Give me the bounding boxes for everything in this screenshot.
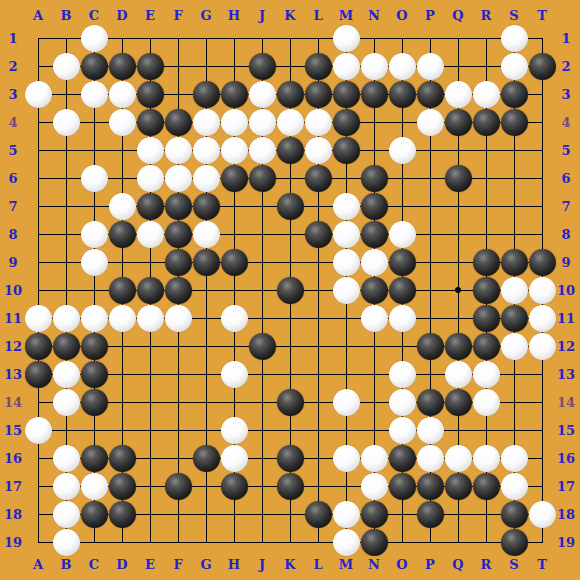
black-stone[interactable]	[361, 529, 388, 556]
white-stone[interactable]	[53, 305, 80, 332]
black-stone[interactable]	[81, 361, 108, 388]
black-stone[interactable]	[473, 109, 500, 136]
white-stone[interactable]	[417, 445, 444, 472]
grid-line-horizontal	[38, 430, 543, 431]
row-label-left: 4	[8, 115, 17, 130]
white-stone[interactable]	[109, 81, 136, 108]
row-label-left: 13	[4, 367, 22, 382]
black-stone[interactable]	[305, 81, 332, 108]
white-stone[interactable]	[473, 445, 500, 472]
row-label-left: 18	[4, 507, 22, 522]
black-stone[interactable]	[501, 249, 528, 276]
column-label-top: C	[89, 8, 99, 23]
white-stone[interactable]	[305, 109, 332, 136]
black-stone[interactable]	[53, 333, 80, 360]
row-label-left: 2	[8, 59, 17, 74]
black-stone[interactable]	[221, 81, 248, 108]
white-stone[interactable]	[333, 25, 360, 52]
black-stone[interactable]	[361, 221, 388, 248]
white-stone[interactable]	[165, 305, 192, 332]
white-stone[interactable]	[81, 165, 108, 192]
white-stone[interactable]	[473, 389, 500, 416]
white-stone[interactable]	[389, 417, 416, 444]
black-stone[interactable]	[333, 137, 360, 164]
black-stone[interactable]	[389, 81, 416, 108]
column-label-bottom: S	[509, 557, 518, 572]
row-label-right: 18	[557, 507, 575, 522]
row-label-left: 1	[8, 31, 17, 46]
white-stone[interactable]	[501, 333, 528, 360]
black-stone[interactable]	[137, 109, 164, 136]
black-stone[interactable]	[193, 445, 220, 472]
white-stone[interactable]	[81, 473, 108, 500]
white-stone[interactable]	[445, 81, 472, 108]
white-stone[interactable]	[81, 221, 108, 248]
white-stone[interactable]	[445, 445, 472, 472]
column-label-bottom: N	[368, 557, 380, 572]
black-stone[interactable]	[389, 445, 416, 472]
white-stone[interactable]	[53, 361, 80, 388]
black-stone[interactable]	[501, 305, 528, 332]
black-stone[interactable]	[417, 473, 444, 500]
white-stone[interactable]	[389, 389, 416, 416]
column-label-top: L	[313, 8, 322, 23]
black-stone[interactable]	[81, 53, 108, 80]
column-label-top: T	[537, 8, 547, 23]
white-stone[interactable]	[53, 473, 80, 500]
black-stone[interactable]	[389, 473, 416, 500]
black-stone[interactable]	[277, 389, 304, 416]
black-stone[interactable]	[501, 529, 528, 556]
white-stone[interactable]	[53, 529, 80, 556]
row-label-right: 8	[561, 227, 570, 242]
black-stone[interactable]	[473, 277, 500, 304]
grid-line-horizontal	[38, 542, 543, 543]
black-stone[interactable]	[109, 473, 136, 500]
column-label-bottom: P	[425, 557, 435, 572]
white-stone[interactable]	[333, 53, 360, 80]
black-stone[interactable]	[25, 361, 52, 388]
black-stone[interactable]	[417, 389, 444, 416]
white-stone[interactable]	[221, 417, 248, 444]
column-label-bottom: R	[481, 557, 492, 572]
row-label-left: 11	[4, 311, 22, 326]
white-stone[interactable]	[81, 249, 108, 276]
black-stone[interactable]	[109, 445, 136, 472]
row-label-right: 16	[557, 451, 575, 466]
white-stone[interactable]	[501, 445, 528, 472]
black-stone[interactable]	[361, 277, 388, 304]
row-label-right: 1	[561, 31, 570, 46]
white-stone[interactable]	[361, 473, 388, 500]
black-stone[interactable]	[193, 193, 220, 220]
white-stone[interactable]	[389, 305, 416, 332]
column-label-top: H	[228, 8, 240, 23]
white-stone[interactable]	[137, 305, 164, 332]
white-stone[interactable]	[221, 109, 248, 136]
white-stone[interactable]	[53, 53, 80, 80]
white-stone[interactable]	[53, 109, 80, 136]
column-label-top: G	[200, 8, 211, 23]
white-stone[interactable]	[361, 249, 388, 276]
black-stone[interactable]	[193, 81, 220, 108]
white-stone[interactable]	[333, 445, 360, 472]
black-stone[interactable]	[81, 389, 108, 416]
white-stone[interactable]	[221, 137, 248, 164]
black-stone[interactable]	[137, 277, 164, 304]
white-stone[interactable]	[81, 25, 108, 52]
row-label-right: 3	[561, 87, 570, 102]
white-stone[interactable]	[473, 81, 500, 108]
black-stone[interactable]	[221, 473, 248, 500]
column-label-bottom: O	[396, 557, 407, 572]
white-stone[interactable]	[333, 277, 360, 304]
white-stone[interactable]	[333, 221, 360, 248]
white-stone[interactable]	[193, 137, 220, 164]
black-stone[interactable]	[361, 193, 388, 220]
column-label-top: M	[339, 8, 353, 23]
column-label-top: O	[396, 8, 407, 23]
white-stone[interactable]	[333, 389, 360, 416]
white-stone[interactable]	[249, 81, 276, 108]
black-stone[interactable]	[501, 81, 528, 108]
column-label-bottom: F	[173, 557, 182, 572]
black-stone[interactable]	[361, 81, 388, 108]
black-stone[interactable]	[529, 249, 556, 276]
white-stone[interactable]	[333, 193, 360, 220]
row-label-left: 6	[8, 171, 17, 186]
row-label-right: 10	[557, 283, 575, 298]
column-label-top: P	[425, 8, 435, 23]
black-stone[interactable]	[109, 277, 136, 304]
black-stone[interactable]	[305, 53, 332, 80]
column-label-bottom: C	[89, 557, 99, 572]
white-stone[interactable]	[249, 137, 276, 164]
row-label-right: 4	[561, 115, 570, 130]
column-label-bottom: J	[259, 557, 265, 572]
row-label-left: 17	[4, 479, 22, 494]
row-label-right: 12	[557, 339, 575, 354]
column-label-bottom: B	[61, 557, 72, 572]
row-label-right: 17	[557, 479, 575, 494]
white-stone[interactable]	[137, 165, 164, 192]
black-stone[interactable]	[165, 473, 192, 500]
black-stone[interactable]	[445, 473, 472, 500]
white-stone[interactable]	[501, 25, 528, 52]
white-stone[interactable]	[221, 445, 248, 472]
black-stone[interactable]	[305, 501, 332, 528]
black-stone[interactable]	[249, 53, 276, 80]
row-label-right: 11	[557, 311, 575, 326]
white-stone[interactable]	[333, 249, 360, 276]
white-stone[interactable]	[53, 389, 80, 416]
row-label-left: 12	[4, 339, 22, 354]
black-stone[interactable]	[333, 81, 360, 108]
column-label-top: Q	[452, 8, 463, 23]
column-label-top: S	[509, 8, 518, 23]
row-label-left: 16	[4, 451, 22, 466]
white-stone[interactable]	[53, 501, 80, 528]
black-stone[interactable]	[165, 193, 192, 220]
white-stone[interactable]	[529, 333, 556, 360]
black-stone[interactable]	[277, 445, 304, 472]
black-stone[interactable]	[165, 221, 192, 248]
black-stone[interactable]	[305, 165, 332, 192]
black-stone[interactable]	[277, 473, 304, 500]
column-label-bottom: T	[537, 557, 547, 572]
black-stone[interactable]	[249, 165, 276, 192]
white-stone[interactable]	[277, 109, 304, 136]
row-label-right: 9	[561, 255, 570, 270]
black-stone[interactable]	[305, 221, 332, 248]
white-stone[interactable]	[193, 165, 220, 192]
column-label-top: B	[61, 8, 72, 23]
white-stone[interactable]	[109, 193, 136, 220]
row-label-right: 14	[557, 395, 575, 410]
column-label-top: D	[116, 8, 127, 23]
white-stone[interactable]	[333, 529, 360, 556]
column-label-bottom: Q	[452, 557, 463, 572]
black-stone[interactable]	[81, 445, 108, 472]
black-stone[interactable]	[137, 81, 164, 108]
black-stone[interactable]	[165, 277, 192, 304]
row-label-right: 5	[561, 143, 570, 158]
white-stone[interactable]	[249, 109, 276, 136]
white-stone[interactable]	[25, 81, 52, 108]
white-stone[interactable]	[361, 445, 388, 472]
black-stone[interactable]	[25, 333, 52, 360]
white-stone[interactable]	[81, 305, 108, 332]
column-label-bottom: A	[33, 557, 43, 572]
white-stone[interactable]	[165, 137, 192, 164]
row-label-right: 7	[561, 199, 570, 214]
black-stone[interactable]	[501, 109, 528, 136]
white-stone[interactable]	[25, 305, 52, 332]
row-label-left: 14	[4, 395, 22, 410]
black-stone[interactable]	[445, 389, 472, 416]
black-stone[interactable]	[529, 53, 556, 80]
column-label-bottom: E	[145, 557, 155, 572]
row-label-left: 8	[8, 227, 17, 242]
white-stone[interactable]	[501, 53, 528, 80]
white-stone[interactable]	[221, 305, 248, 332]
black-stone[interactable]	[473, 473, 500, 500]
row-label-left: 10	[4, 283, 22, 298]
column-label-top: K	[284, 8, 295, 23]
white-stone[interactable]	[473, 361, 500, 388]
black-stone[interactable]	[137, 53, 164, 80]
row-label-left: 3	[8, 87, 17, 102]
white-stone[interactable]	[529, 501, 556, 528]
row-label-left: 7	[8, 199, 17, 214]
black-stone[interactable]	[137, 193, 164, 220]
white-stone[interactable]	[137, 137, 164, 164]
black-stone[interactable]	[277, 277, 304, 304]
row-label-left: 9	[8, 255, 17, 270]
white-stone[interactable]	[445, 361, 472, 388]
column-label-bottom: H	[228, 557, 240, 572]
white-stone[interactable]	[25, 417, 52, 444]
column-label-top: R	[481, 8, 492, 23]
black-stone[interactable]	[473, 249, 500, 276]
black-stone[interactable]	[417, 501, 444, 528]
white-stone[interactable]	[165, 165, 192, 192]
black-stone[interactable]	[361, 165, 388, 192]
column-label-top: J	[259, 8, 265, 23]
white-stone[interactable]	[193, 221, 220, 248]
black-stone[interactable]	[221, 249, 248, 276]
white-stone[interactable]	[389, 137, 416, 164]
column-label-top: A	[33, 8, 43, 23]
white-stone[interactable]	[417, 53, 444, 80]
black-stone[interactable]	[81, 501, 108, 528]
white-stone[interactable]	[417, 109, 444, 136]
black-stone[interactable]	[193, 249, 220, 276]
white-stone[interactable]	[81, 81, 108, 108]
black-stone[interactable]	[389, 277, 416, 304]
black-stone[interactable]	[445, 165, 472, 192]
column-label-top: E	[145, 8, 155, 23]
white-stone[interactable]	[109, 109, 136, 136]
star-point	[455, 287, 461, 293]
black-stone[interactable]	[165, 109, 192, 136]
column-label-bottom: L	[313, 557, 322, 572]
column-label-top: N	[368, 8, 380, 23]
black-stone[interactable]	[333, 109, 360, 136]
white-stone[interactable]	[389, 221, 416, 248]
column-label-bottom: K	[284, 557, 295, 572]
black-stone[interactable]	[277, 137, 304, 164]
black-stone[interactable]	[473, 333, 500, 360]
black-stone[interactable]	[249, 333, 276, 360]
white-stone[interactable]	[333, 501, 360, 528]
white-stone[interactable]	[361, 305, 388, 332]
black-stone[interactable]	[473, 305, 500, 332]
white-stone[interactable]	[361, 53, 388, 80]
row-label-left: 15	[4, 423, 22, 438]
black-stone[interactable]	[501, 501, 528, 528]
column-label-bottom: M	[339, 557, 353, 572]
black-stone[interactable]	[109, 53, 136, 80]
column-label-bottom: G	[200, 557, 211, 572]
row-label-right: 2	[561, 59, 570, 74]
row-label-right: 15	[557, 423, 575, 438]
white-stone[interactable]	[389, 53, 416, 80]
white-stone[interactable]	[53, 445, 80, 472]
white-stone[interactable]	[305, 137, 332, 164]
black-stone[interactable]	[277, 81, 304, 108]
black-stone[interactable]	[445, 333, 472, 360]
black-stone[interactable]	[389, 249, 416, 276]
black-stone[interactable]	[277, 193, 304, 220]
black-stone[interactable]	[417, 333, 444, 360]
black-stone[interactable]	[445, 109, 472, 136]
white-stone[interactable]	[529, 277, 556, 304]
go-board[interactable]: AABBCCDDEEFFGGHHJJKKLLMMNNOOPPQQRRSSTT11…	[0, 0, 580, 580]
row-label-right: 13	[557, 367, 575, 382]
black-stone[interactable]	[109, 501, 136, 528]
white-stone[interactable]	[501, 473, 528, 500]
column-label-bottom: D	[116, 557, 127, 572]
black-stone[interactable]	[165, 249, 192, 276]
white-stone[interactable]	[109, 305, 136, 332]
column-label-top: F	[173, 8, 182, 23]
row-label-right: 19	[557, 535, 575, 550]
black-stone[interactable]	[109, 221, 136, 248]
row-label-right: 6	[561, 171, 570, 186]
row-label-left: 5	[8, 143, 17, 158]
white-stone[interactable]	[529, 305, 556, 332]
white-stone[interactable]	[193, 109, 220, 136]
black-stone[interactable]	[81, 333, 108, 360]
white-stone[interactable]	[221, 361, 248, 388]
white-stone[interactable]	[137, 221, 164, 248]
black-stone[interactable]	[221, 165, 248, 192]
white-stone[interactable]	[389, 361, 416, 388]
black-stone[interactable]	[417, 81, 444, 108]
white-stone[interactable]	[501, 277, 528, 304]
white-stone[interactable]	[417, 417, 444, 444]
row-label-left: 19	[4, 535, 22, 550]
black-stone[interactable]	[361, 501, 388, 528]
